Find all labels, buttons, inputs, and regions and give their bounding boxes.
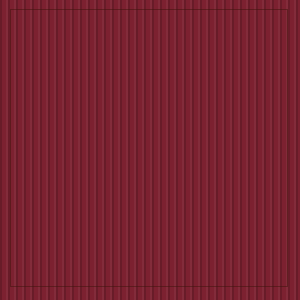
chess-board[interactable] bbox=[11, 10, 287, 286]
rank-labels bbox=[0, 10, 11, 286]
chess-board-frame bbox=[0, 0, 300, 300]
file-labels bbox=[11, 286, 287, 300]
